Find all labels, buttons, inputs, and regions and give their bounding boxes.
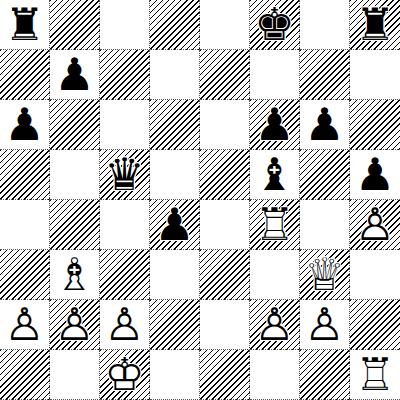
square-f4[interactable]: ♜♖ — [250, 200, 300, 250]
piece-glyph: ♛ — [100, 150, 149, 199]
piece-glyph: ♚ — [250, 0, 299, 49]
square-a1[interactable] — [0, 350, 50, 400]
piece-fill-layer: ♟ — [0, 100, 49, 149]
square-g1[interactable] — [300, 350, 350, 400]
white-pawn: ♟♙ — [250, 300, 299, 349]
square-c7[interactable] — [100, 50, 150, 100]
square-h6[interactable] — [350, 100, 400, 150]
piece-fill-layer: ♟ — [300, 100, 349, 149]
white-rook: ♜♖ — [250, 200, 299, 249]
piece-glyph: ♗ — [50, 250, 99, 299]
square-b3[interactable]: ♝♗ — [50, 250, 100, 300]
square-a3[interactable] — [0, 250, 50, 300]
square-g4[interactable] — [300, 200, 350, 250]
square-g7[interactable] — [300, 50, 350, 100]
piece-glyph: ♙ — [300, 300, 349, 349]
white-pawn: ♟♙ — [300, 300, 349, 349]
square-a5[interactable] — [0, 150, 50, 200]
square-h7[interactable] — [350, 50, 400, 100]
piece-fill-layer: ♜ — [350, 350, 400, 399]
piece-glyph: ♜ — [350, 0, 400, 49]
piece-glyph: ♟ — [250, 100, 299, 149]
square-f7[interactable] — [250, 50, 300, 100]
piece-fill-layer: ♚ — [100, 350, 149, 399]
piece-fill-layer: ♟ — [350, 200, 400, 249]
square-g8[interactable] — [300, 0, 350, 50]
piece-glyph: ♝ — [250, 150, 299, 199]
black-pawn: ♟♟ — [150, 200, 199, 249]
square-d6[interactable] — [150, 100, 200, 150]
square-a2[interactable]: ♟♙ — [0, 300, 50, 350]
square-h1[interactable]: ♜♖ — [350, 350, 400, 400]
square-c8[interactable] — [100, 0, 150, 50]
square-b7[interactable]: ♟♟ — [50, 50, 100, 100]
black-bishop: ♝♝ — [250, 150, 299, 199]
piece-glyph: ♔ — [100, 350, 149, 399]
black-rook: ♜♜ — [0, 0, 49, 49]
black-pawn: ♟♟ — [250, 100, 299, 149]
piece-glyph: ♜ — [0, 0, 49, 49]
chess-board: ♜♜♚♚♜♜♟♟♟♟♟♟♟♟♛♛♝♝♟♟♟♟♜♖♟♙♝♗♛♕♟♙♟♙♟♙♟♙♟♙… — [0, 0, 400, 400]
square-f5[interactable]: ♝♝ — [250, 150, 300, 200]
white-pawn: ♟♙ — [50, 300, 99, 349]
square-a6[interactable]: ♟♟ — [0, 100, 50, 150]
white-pawn: ♟♙ — [100, 300, 149, 349]
piece-fill-layer: ♟ — [300, 300, 349, 349]
piece-fill-layer: ♜ — [0, 0, 49, 49]
square-f8[interactable]: ♚♚ — [250, 0, 300, 50]
square-c6[interactable] — [100, 100, 150, 150]
piece-fill-layer: ♟ — [250, 100, 299, 149]
square-g5[interactable] — [300, 150, 350, 200]
square-d4[interactable]: ♟♟ — [150, 200, 200, 250]
piece-glyph: ♙ — [250, 300, 299, 349]
piece-fill-layer: ♜ — [250, 200, 299, 249]
square-h3[interactable] — [350, 250, 400, 300]
black-pawn: ♟♟ — [300, 100, 349, 149]
piece-glyph: ♟ — [150, 200, 199, 249]
piece-fill-layer: ♜ — [350, 0, 400, 49]
square-h5[interactable]: ♟♟ — [350, 150, 400, 200]
piece-fill-layer: ♟ — [150, 200, 199, 249]
piece-fill-layer: ♟ — [100, 300, 149, 349]
square-b5[interactable] — [50, 150, 100, 200]
square-d5[interactable] — [150, 150, 200, 200]
piece-fill-layer: ♛ — [100, 150, 149, 199]
square-e2[interactable] — [200, 300, 250, 350]
square-f6[interactable]: ♟♟ — [250, 100, 300, 150]
square-b4[interactable] — [50, 200, 100, 250]
piece-glyph: ♟ — [0, 100, 49, 149]
piece-glyph: ♟ — [300, 100, 349, 149]
square-e8[interactable] — [200, 0, 250, 50]
piece-glyph: ♙ — [0, 300, 49, 349]
black-pawn: ♟♟ — [50, 50, 99, 99]
square-g6[interactable]: ♟♟ — [300, 100, 350, 150]
piece-fill-layer: ♝ — [50, 250, 99, 299]
white-queen: ♛♕ — [300, 250, 349, 299]
square-c4[interactable] — [100, 200, 150, 250]
piece-fill-layer: ♟ — [50, 50, 99, 99]
piece-glyph: ♕ — [300, 250, 349, 299]
square-a8[interactable]: ♜♜ — [0, 0, 50, 50]
white-pawn: ♟♙ — [0, 300, 49, 349]
square-g2[interactable]: ♟♙ — [300, 300, 350, 350]
square-h2[interactable] — [350, 300, 400, 350]
square-d1[interactable] — [150, 350, 200, 400]
white-rook: ♜♖ — [350, 350, 400, 399]
square-d8[interactable] — [150, 0, 200, 50]
square-d2[interactable] — [150, 300, 200, 350]
square-e7[interactable] — [200, 50, 250, 100]
piece-fill-layer: ♚ — [250, 0, 299, 49]
square-a4[interactable] — [0, 200, 50, 250]
piece-fill-layer: ♛ — [300, 250, 349, 299]
square-c2[interactable]: ♟♙ — [100, 300, 150, 350]
black-king: ♚♚ — [250, 0, 299, 49]
square-b1[interactable] — [50, 350, 100, 400]
piece-fill-layer: ♟ — [250, 300, 299, 349]
square-e6[interactable] — [200, 100, 250, 150]
piece-fill-layer: ♟ — [50, 300, 99, 349]
square-b2[interactable]: ♟♙ — [50, 300, 100, 350]
black-rook: ♜♜ — [350, 0, 400, 49]
piece-fill-layer: ♟ — [350, 150, 400, 199]
piece-glyph: ♙ — [350, 200, 400, 249]
piece-glyph: ♙ — [50, 300, 99, 349]
square-g3[interactable]: ♛♕ — [300, 250, 350, 300]
square-d7[interactable] — [150, 50, 200, 100]
square-b8[interactable] — [50, 0, 100, 50]
piece-fill-layer: ♝ — [250, 150, 299, 199]
square-h8[interactable]: ♜♜ — [350, 0, 400, 50]
piece-fill-layer: ♟ — [0, 300, 49, 349]
square-e3[interactable] — [200, 250, 250, 300]
piece-glyph: ♖ — [250, 200, 299, 249]
white-bishop: ♝♗ — [50, 250, 99, 299]
chess-diagram: ♜♜♚♚♜♜♟♟♟♟♟♟♟♟♛♛♝♝♟♟♟♟♜♖♟♙♝♗♛♕♟♙♟♙♟♙♟♙♟♙… — [0, 0, 400, 400]
white-pawn: ♟♙ — [350, 200, 400, 249]
square-h4[interactable]: ♟♙ — [350, 200, 400, 250]
square-f2[interactable]: ♟♙ — [250, 300, 300, 350]
piece-glyph: ♟ — [350, 150, 400, 199]
black-pawn: ♟♟ — [0, 100, 49, 149]
square-e1[interactable] — [200, 350, 250, 400]
square-c3[interactable] — [100, 250, 150, 300]
square-f3[interactable] — [250, 250, 300, 300]
square-c1[interactable]: ♚♔ — [100, 350, 150, 400]
piece-glyph: ♖ — [350, 350, 400, 399]
square-f1[interactable] — [250, 350, 300, 400]
square-b6[interactable] — [50, 100, 100, 150]
square-e4[interactable] — [200, 200, 250, 250]
black-pawn: ♟♟ — [350, 150, 400, 199]
square-d3[interactable] — [150, 250, 200, 300]
black-queen: ♛♛ — [100, 150, 149, 199]
piece-glyph: ♙ — [100, 300, 149, 349]
square-c5[interactable]: ♛♛ — [100, 150, 150, 200]
white-king: ♚♔ — [100, 350, 149, 399]
piece-glyph: ♟ — [50, 50, 99, 99]
square-a7[interactable] — [0, 50, 50, 100]
square-e5[interactable] — [200, 150, 250, 200]
